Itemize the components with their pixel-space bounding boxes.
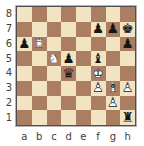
square-a6[interactable]: ♟ bbox=[17, 37, 32, 52]
file-label-b: b bbox=[36, 132, 42, 142]
square-d5[interactable]: ♟ bbox=[61, 51, 76, 66]
square-b5[interactable] bbox=[32, 51, 47, 66]
rank-label-1: 1 bbox=[6, 113, 12, 123]
square-f2[interactable] bbox=[91, 96, 106, 111]
square-b1[interactable] bbox=[32, 110, 47, 125]
piece-black-rook[interactable]: ♜ bbox=[120, 110, 135, 125]
square-h1[interactable]: ♜ bbox=[120, 110, 135, 125]
square-d2[interactable] bbox=[61, 96, 76, 111]
square-a1[interactable] bbox=[17, 110, 32, 125]
square-f1[interactable] bbox=[91, 110, 106, 125]
board-layout: 87654321 ♟♟♚♟♜♖♟♞♘♟♝♛♚♔♟♙♝♗♟♙♟♙♜ abcdefg… bbox=[0, 0, 144, 144]
file-label-d: d bbox=[65, 132, 71, 142]
rank-label-4: 4 bbox=[6, 68, 12, 78]
square-b3[interactable] bbox=[32, 81, 47, 96]
piece-black-pawn[interactable]: ♟ bbox=[120, 37, 135, 52]
piece-white-knight[interactable]: ♘ bbox=[47, 51, 62, 66]
file-label-a: a bbox=[21, 132, 27, 142]
piece-black-pawn[interactable]: ♟ bbox=[61, 51, 76, 66]
rank-label-8: 8 bbox=[6, 9, 12, 19]
square-d3[interactable] bbox=[61, 81, 76, 96]
file-label-f: f bbox=[96, 132, 100, 142]
square-e2[interactable] bbox=[76, 96, 91, 111]
square-a4[interactable] bbox=[17, 66, 32, 81]
square-c5[interactable]: ♞♘ bbox=[47, 51, 62, 66]
square-a5[interactable] bbox=[17, 51, 32, 66]
square-e3[interactable] bbox=[76, 81, 91, 96]
chess-diagram: 87654321 ♟♟♚♟♜♖♟♞♘♟♝♛♚♔♟♙♝♗♟♙♟♙♜ abcdefg… bbox=[0, 0, 144, 146]
square-c1[interactable] bbox=[47, 110, 62, 125]
file-label-c: c bbox=[51, 132, 57, 142]
square-e8[interactable] bbox=[76, 7, 91, 22]
piece-black-bishop[interactable]: ♝ bbox=[91, 51, 106, 66]
square-e5[interactable] bbox=[76, 51, 91, 66]
square-a2[interactable] bbox=[17, 96, 32, 111]
square-b4[interactable] bbox=[32, 66, 47, 81]
piece-white-pawn[interactable]: ♙ bbox=[91, 81, 106, 96]
square-g2[interactable]: ♟♙ bbox=[106, 96, 121, 111]
square-b2[interactable] bbox=[32, 96, 47, 111]
square-e6[interactable] bbox=[76, 37, 91, 52]
piece-white-pawn[interactable]: ♙ bbox=[120, 81, 135, 96]
square-d4[interactable]: ♛ bbox=[61, 66, 76, 81]
square-a8[interactable] bbox=[17, 7, 32, 22]
file-label-g: g bbox=[110, 132, 116, 142]
rank-label-6: 6 bbox=[6, 39, 12, 49]
file-label-e: e bbox=[80, 132, 86, 142]
square-c7[interactable] bbox=[47, 22, 62, 37]
chess-board: ♟♟♚♟♜♖♟♞♘♟♝♛♚♔♟♙♝♗♟♙♟♙♜ bbox=[16, 6, 136, 126]
piece-black-pawn[interactable]: ♟ bbox=[17, 37, 32, 52]
square-e1[interactable] bbox=[76, 110, 91, 125]
square-e7[interactable] bbox=[76, 22, 91, 37]
piece-white-rook[interactable]: ♖ bbox=[32, 37, 47, 52]
file-label-h: h bbox=[124, 132, 130, 142]
square-c8[interactable] bbox=[47, 7, 62, 22]
square-g6[interactable] bbox=[106, 37, 121, 52]
rank-labels: 87654321 bbox=[1, 7, 16, 126]
rank-label-5: 5 bbox=[6, 54, 12, 64]
square-h3[interactable]: ♟♙ bbox=[120, 81, 135, 96]
square-c4[interactable] bbox=[47, 66, 62, 81]
square-c3[interactable] bbox=[47, 81, 62, 96]
square-f5[interactable]: ♝ bbox=[91, 51, 106, 66]
square-d7[interactable] bbox=[61, 22, 76, 37]
rank-label-7: 7 bbox=[6, 24, 12, 34]
square-f7[interactable]: ♟ bbox=[91, 22, 106, 37]
square-c2[interactable] bbox=[47, 96, 62, 111]
square-e4[interactable] bbox=[76, 66, 91, 81]
square-g7[interactable]: ♟ bbox=[106, 22, 121, 37]
square-f3[interactable]: ♟♙ bbox=[91, 81, 106, 96]
square-b8[interactable] bbox=[32, 7, 47, 22]
piece-white-pawn[interactable]: ♙ bbox=[106, 96, 121, 111]
square-d1[interactable] bbox=[61, 110, 76, 125]
square-b6[interactable]: ♜♖ bbox=[32, 37, 47, 52]
square-h6[interactable]: ♟ bbox=[120, 37, 135, 52]
rank-label-3: 3 bbox=[6, 83, 12, 93]
piece-black-pawn[interactable]: ♟ bbox=[106, 22, 121, 37]
file-labels: abcdefgh bbox=[17, 126, 136, 144]
square-h5[interactable] bbox=[120, 51, 135, 66]
square-g1[interactable] bbox=[106, 110, 121, 125]
square-g5[interactable] bbox=[106, 51, 121, 66]
piece-black-pawn[interactable]: ♟ bbox=[91, 22, 106, 37]
rank-label-2: 2 bbox=[6, 98, 12, 108]
piece-black-queen[interactable]: ♛ bbox=[61, 66, 76, 81]
square-d8[interactable] bbox=[61, 7, 76, 22]
square-a3[interactable] bbox=[17, 81, 32, 96]
